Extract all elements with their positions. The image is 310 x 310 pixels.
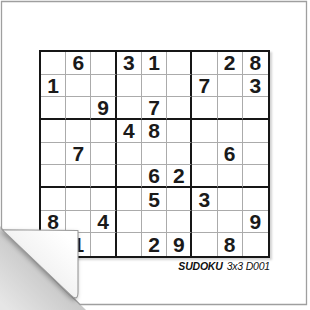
puzzle-caption-brand: SUDOKU — [178, 260, 222, 272]
sudoku-cell-r4c9[interactable] — [243, 120, 268, 143]
page-curl — [0, 0, 110, 310]
sudoku-cell-r6c6[interactable]: 2 — [167, 165, 192, 188]
sudoku-cell-r2c6[interactable] — [167, 75, 192, 98]
puzzle-caption-detail: 3x3 D001 — [227, 260, 270, 272]
sudoku-cell-r4c5[interactable]: 8 — [142, 120, 167, 143]
sudoku-cell-r5c4[interactable] — [117, 143, 142, 166]
sudoku-cell-r4c8[interactable] — [218, 120, 243, 143]
sudoku-cell-r9c7[interactable] — [192, 233, 217, 256]
sudoku-cell-r1c6[interactable] — [167, 52, 192, 75]
sudoku-cell-r4c7[interactable] — [192, 120, 217, 143]
sudoku-cell-r8c8[interactable] — [218, 211, 243, 234]
sudoku-cell-r3c5[interactable]: 7 — [142, 97, 167, 120]
sudoku-cell-r9c4[interactable] — [117, 233, 142, 256]
sudoku-cell-r8c4[interactable] — [117, 211, 142, 234]
sudoku-cell-r7c8[interactable] — [218, 188, 243, 211]
sudoku-cell-r6c4[interactable] — [117, 165, 142, 188]
sudoku-cell-r3c6[interactable] — [167, 97, 192, 120]
sudoku-cell-r6c5[interactable]: 6 — [142, 165, 167, 188]
sudoku-cell-r7c6[interactable] — [167, 188, 192, 211]
sudoku-cell-r5c6[interactable] — [167, 143, 192, 166]
sudoku-cell-r6c7[interactable] — [192, 165, 217, 188]
sudoku-cell-r1c7[interactable] — [192, 52, 217, 75]
sudoku-cell-r7c7[interactable]: 3 — [192, 188, 217, 211]
sudoku-cell-r1c5[interactable]: 1 — [142, 52, 167, 75]
sudoku-cell-r3c4[interactable] — [117, 97, 142, 120]
sudoku-cell-r2c5[interactable] — [142, 75, 167, 98]
sudoku-cell-r9c8[interactable]: 8 — [218, 233, 243, 256]
sudoku-cell-r3c9[interactable] — [243, 97, 268, 120]
sudoku-cell-r6c9[interactable] — [243, 165, 268, 188]
sudoku-cell-r9c9[interactable] — [243, 233, 268, 256]
sudoku-cell-r5c7[interactable] — [192, 143, 217, 166]
sudoku-cell-r5c8[interactable]: 6 — [218, 143, 243, 166]
sudoku-cell-r8c7[interactable] — [192, 211, 217, 234]
sudoku-cell-r2c9[interactable]: 3 — [243, 75, 268, 98]
puzzle-caption: SUDOKU3x3 D001 — [178, 260, 270, 272]
sudoku-cell-r9c5[interactable]: 2 — [142, 233, 167, 256]
sudoku-cell-r7c5[interactable]: 5 — [142, 188, 167, 211]
sudoku-cell-r7c4[interactable] — [117, 188, 142, 211]
sudoku-cell-r8c5[interactable] — [142, 211, 167, 234]
sudoku-cell-r1c8[interactable]: 2 — [218, 52, 243, 75]
sudoku-cell-r5c9[interactable] — [243, 143, 268, 166]
sudoku-cell-r3c8[interactable] — [218, 97, 243, 120]
sudoku-cell-r7c9[interactable] — [243, 188, 268, 211]
sudoku-cell-r6c8[interactable] — [218, 165, 243, 188]
sudoku-cell-r2c8[interactable] — [218, 75, 243, 98]
sudoku-cell-r1c9[interactable]: 8 — [243, 52, 268, 75]
sheet: 6312817397487662538491298 SUDOKU3x3 D001 — [0, 0, 310, 310]
sudoku-cell-r2c4[interactable] — [117, 75, 142, 98]
sudoku-cell-r8c6[interactable] — [167, 211, 192, 234]
sudoku-cell-r2c7[interactable]: 7 — [192, 75, 217, 98]
sudoku-cell-r3c7[interactable] — [192, 97, 217, 120]
sudoku-cell-r4c6[interactable] — [167, 120, 192, 143]
page-curl-flap — [2, 230, 78, 298]
sudoku-cell-r9c6[interactable]: 9 — [167, 233, 192, 256]
sudoku-cell-r1c4[interactable]: 3 — [117, 52, 142, 75]
sudoku-cell-r8c9[interactable]: 9 — [243, 211, 268, 234]
sudoku-cell-r5c5[interactable] — [142, 143, 167, 166]
sudoku-cell-r4c4[interactable]: 4 — [117, 120, 142, 143]
